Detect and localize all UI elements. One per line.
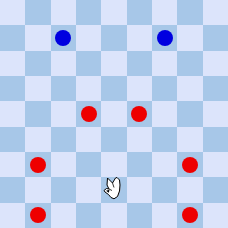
- board-cell[interactable]: [152, 0, 177, 25]
- red-piece[interactable]: [81, 106, 97, 122]
- board-cell[interactable]: [127, 51, 152, 76]
- checkerboard: [0, 0, 228, 228]
- board-cell[interactable]: [152, 101, 177, 126]
- board-cell[interactable]: [0, 76, 25, 101]
- board-cell[interactable]: [177, 51, 202, 76]
- board-cell[interactable]: [25, 127, 50, 152]
- board-cell[interactable]: [101, 101, 126, 126]
- board-cell[interactable]: [101, 152, 126, 177]
- board-cell[interactable]: [0, 177, 25, 202]
- board-cell[interactable]: [76, 25, 101, 50]
- board-cell[interactable]: [101, 203, 126, 228]
- board-cell[interactable]: [101, 51, 126, 76]
- board-cell[interactable]: [152, 203, 177, 228]
- board-cell[interactable]: [25, 177, 50, 202]
- board-cell[interactable]: [101, 0, 126, 25]
- board-cell[interactable]: [177, 177, 202, 202]
- board-cell[interactable]: [152, 127, 177, 152]
- board-cell[interactable]: [177, 127, 202, 152]
- board-cell[interactable]: [127, 177, 152, 202]
- board-cell[interactable]: [51, 101, 76, 126]
- red-piece[interactable]: [182, 157, 198, 173]
- board-cell[interactable]: [177, 0, 202, 25]
- blue-piece[interactable]: [157, 30, 173, 46]
- board-cell[interactable]: [127, 25, 152, 50]
- board-cell[interactable]: [127, 76, 152, 101]
- board-cell[interactable]: [0, 51, 25, 76]
- board-cell[interactable]: [0, 25, 25, 50]
- board-cell[interactable]: [0, 127, 25, 152]
- board-cell[interactable]: [51, 51, 76, 76]
- board-cell[interactable]: [25, 76, 50, 101]
- board-cell[interactable]: [0, 101, 25, 126]
- board-cell[interactable]: [127, 0, 152, 25]
- board-cell[interactable]: [51, 152, 76, 177]
- board-cell[interactable]: [51, 127, 76, 152]
- board-cell[interactable]: [203, 76, 228, 101]
- board-cell[interactable]: [101, 127, 126, 152]
- board-cell[interactable]: [76, 203, 101, 228]
- board-cell[interactable]: [76, 76, 101, 101]
- board-cell[interactable]: [25, 51, 50, 76]
- board-cell[interactable]: [25, 101, 50, 126]
- board-cell[interactable]: [203, 0, 228, 25]
- board-cell[interactable]: [51, 76, 76, 101]
- board-cell[interactable]: [177, 76, 202, 101]
- board-cell[interactable]: [152, 152, 177, 177]
- board-cell[interactable]: [177, 25, 202, 50]
- board-cell[interactable]: [203, 127, 228, 152]
- board-cell[interactable]: [203, 152, 228, 177]
- board-cell[interactable]: [76, 127, 101, 152]
- board-cell[interactable]: [152, 51, 177, 76]
- board-cell[interactable]: [101, 25, 126, 50]
- board-cell[interactable]: [203, 25, 228, 50]
- board-cell[interactable]: [0, 0, 25, 25]
- board-cell[interactable]: [51, 203, 76, 228]
- board-cell[interactable]: [203, 51, 228, 76]
- board-cell[interactable]: [101, 177, 126, 202]
- board-cell[interactable]: [51, 0, 76, 25]
- board-cell[interactable]: [152, 177, 177, 202]
- board-cell[interactable]: [203, 101, 228, 126]
- board-cell[interactable]: [51, 177, 76, 202]
- board-cell[interactable]: [76, 177, 101, 202]
- board-cell[interactable]: [76, 152, 101, 177]
- board-cell[interactable]: [25, 0, 50, 25]
- board-cell[interactable]: [25, 25, 50, 50]
- board-cell[interactable]: [177, 101, 202, 126]
- board-cell[interactable]: [0, 152, 25, 177]
- board-cell[interactable]: [127, 203, 152, 228]
- red-piece[interactable]: [30, 157, 46, 173]
- board-cell[interactable]: [203, 177, 228, 202]
- board-cell[interactable]: [127, 152, 152, 177]
- board-cell[interactable]: [76, 51, 101, 76]
- board-cell[interactable]: [76, 0, 101, 25]
- board-cell[interactable]: [203, 203, 228, 228]
- board-cell[interactable]: [127, 127, 152, 152]
- board-cell[interactable]: [101, 76, 126, 101]
- board-cell[interactable]: [152, 76, 177, 101]
- board-cell[interactable]: [0, 203, 25, 228]
- game-window: [0, 0, 228, 228]
